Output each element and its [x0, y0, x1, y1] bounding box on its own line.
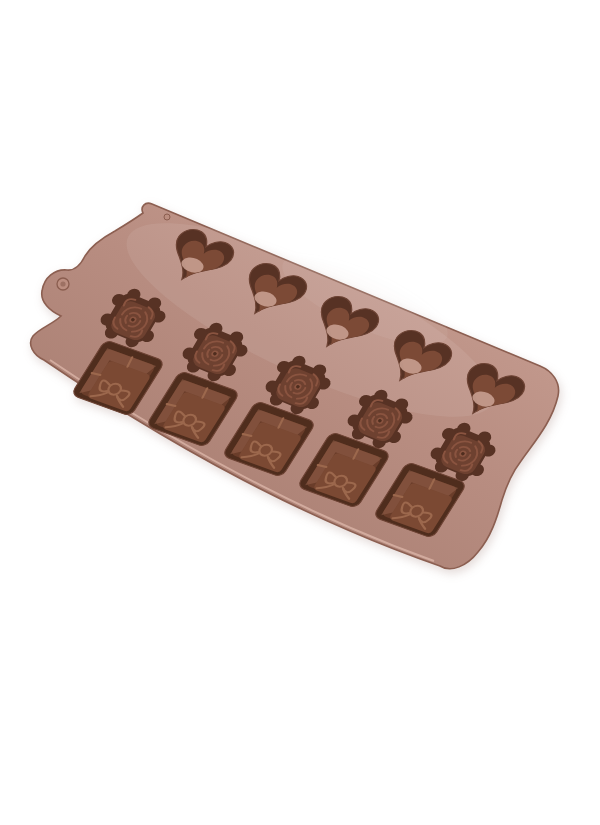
hanging-hole	[57, 278, 69, 290]
chocolate-mold-tray	[0, 0, 600, 825]
corner-hole	[164, 214, 170, 220]
mold-body	[31, 187, 559, 569]
product-photo	[0, 0, 600, 825]
